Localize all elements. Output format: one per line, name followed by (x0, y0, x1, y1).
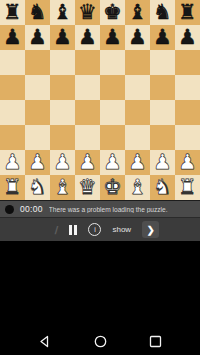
piece-black-rook: ♜ (0, 0, 25, 25)
pause-icon[interactable] (69, 225, 78, 235)
square-g7[interactable]: ♟ (150, 25, 175, 50)
piece-black-knight: ♞ (25, 0, 50, 25)
square-f6[interactable] (125, 50, 150, 75)
square-f1[interactable]: ♝ (125, 175, 150, 200)
piece-white-pawn: ♟ (175, 150, 200, 175)
piece-white-pawn: ♟ (125, 150, 150, 175)
square-b6[interactable] (25, 50, 50, 75)
square-g5[interactable] (150, 75, 175, 100)
square-g3[interactable] (150, 125, 175, 150)
square-c8[interactable]: ♝ (50, 0, 75, 25)
square-a1[interactable]: ♜ (0, 175, 25, 200)
piece-white-bishop: ♝ (50, 175, 75, 200)
piece-black-king: ♚ (100, 0, 125, 25)
piece-black-pawn: ♟ (150, 25, 175, 50)
square-b5[interactable] (25, 75, 50, 100)
piece-black-queen: ♛ (75, 0, 100, 25)
piece-black-knight: ♞ (150, 0, 175, 25)
square-b2[interactable]: ♟ (25, 150, 50, 175)
piece-black-pawn: ♟ (0, 25, 25, 50)
square-h2[interactable]: ♟ (175, 150, 200, 175)
square-c2[interactable]: ♟ (50, 150, 75, 175)
piece-white-pawn: ♟ (0, 150, 25, 175)
square-d2[interactable]: ♟ (75, 150, 100, 175)
square-c7[interactable]: ♟ (50, 25, 75, 50)
square-g6[interactable] (150, 50, 175, 75)
square-e1[interactable]: ♚ (100, 175, 125, 200)
square-a4[interactable] (0, 100, 25, 125)
piece-white-rook: ♜ (0, 175, 25, 200)
piece-black-rook: ♜ (175, 0, 200, 25)
square-e5[interactable] (100, 75, 125, 100)
piece-black-pawn: ♟ (100, 25, 125, 50)
square-d8[interactable]: ♛ (75, 0, 100, 25)
square-d7[interactable]: ♟ (75, 25, 100, 50)
piece-black-pawn: ♟ (50, 25, 75, 50)
recents-icon[interactable] (149, 335, 162, 348)
square-h7[interactable]: ♟ (175, 25, 200, 50)
square-a3[interactable] (0, 125, 25, 150)
square-b3[interactable] (25, 125, 50, 150)
square-e8[interactable]: ♚ (100, 0, 125, 25)
square-e4[interactable] (100, 100, 125, 125)
square-c5[interactable] (50, 75, 75, 100)
square-b8[interactable]: ♞ (25, 0, 50, 25)
empty-screen-area (0, 241, 200, 328)
square-h5[interactable] (175, 75, 200, 100)
android-nav-bar (0, 328, 200, 355)
square-d4[interactable] (75, 100, 100, 125)
piece-white-pawn: ♟ (50, 150, 75, 175)
piece-black-bishop: ♝ (125, 0, 150, 25)
square-c3[interactable] (50, 125, 75, 150)
piece-white-pawn: ♟ (100, 150, 125, 175)
piece-white-bishop: ♝ (125, 175, 150, 200)
square-g8[interactable]: ♞ (150, 0, 175, 25)
square-f8[interactable]: ♝ (125, 0, 150, 25)
square-f5[interactable] (125, 75, 150, 100)
square-h8[interactable]: ♜ (175, 0, 200, 25)
square-e6[interactable] (100, 50, 125, 75)
piece-white-pawn: ♟ (75, 150, 100, 175)
square-b1[interactable]: ♞ (25, 175, 50, 200)
timer-dot-icon (5, 205, 14, 214)
square-f2[interactable]: ♟ (125, 150, 150, 175)
square-a5[interactable] (0, 75, 25, 100)
piece-black-pawn: ♟ (25, 25, 50, 50)
square-a6[interactable] (0, 50, 25, 75)
square-d5[interactable] (75, 75, 100, 100)
square-d3[interactable] (75, 125, 100, 150)
square-e2[interactable]: ♟ (100, 150, 125, 175)
square-e3[interactable] (100, 125, 125, 150)
next-button[interactable]: ❯ (142, 221, 159, 238)
back-icon[interactable] (38, 335, 51, 348)
square-a2[interactable]: ♟ (0, 150, 25, 175)
piece-white-knight: ♞ (150, 175, 175, 200)
piece-black-bishop: ♝ (50, 0, 75, 25)
piece-white-pawn: ♟ (25, 150, 50, 175)
square-g4[interactable] (150, 100, 175, 125)
square-c6[interactable] (50, 50, 75, 75)
chess-board: ♜♞♝♛♚♝♞♜♟♟♟♟♟♟♟♟♟♟♟♟♟♟♟♟♜♞♝♛♚♝♞♜ (0, 0, 200, 200)
square-f7[interactable]: ♟ (125, 25, 150, 50)
piece-white-rook: ♜ (175, 175, 200, 200)
info-icon[interactable]: i (88, 223, 101, 236)
slash-icon: / (54, 224, 58, 236)
timer-value: 00:00 (20, 204, 43, 214)
square-a7[interactable]: ♟ (0, 25, 25, 50)
square-b4[interactable] (25, 100, 50, 125)
home-icon[interactable] (94, 335, 107, 348)
square-b7[interactable]: ♟ (25, 25, 50, 50)
square-c4[interactable] (50, 100, 75, 125)
piece-black-pawn: ♟ (125, 25, 150, 50)
square-h3[interactable] (175, 125, 200, 150)
puzzle-error-message: There was a problem loading the puzzle. (49, 206, 168, 213)
square-e7[interactable]: ♟ (100, 25, 125, 50)
square-d1[interactable]: ♛ (75, 175, 100, 200)
square-a8[interactable]: ♜ (0, 0, 25, 25)
piece-white-pawn: ♟ (150, 150, 175, 175)
show-solution-button[interactable]: show (112, 225, 131, 234)
square-g2[interactable]: ♟ (150, 150, 175, 175)
square-h1[interactable]: ♜ (175, 175, 200, 200)
piece-black-pawn: ♟ (175, 25, 200, 50)
square-f4[interactable] (125, 100, 150, 125)
square-g1[interactable]: ♞ (150, 175, 175, 200)
piece-white-king: ♚ (100, 175, 125, 200)
puzzle-controls-bar: / i show ❯ (0, 217, 200, 241)
info-icon-letter: i (94, 226, 96, 233)
piece-black-pawn: ♟ (75, 25, 100, 50)
piece-white-knight: ♞ (25, 175, 50, 200)
puzzle-status-bar: 00:00 There was a problem loading the pu… (0, 200, 200, 217)
square-f3[interactable] (125, 125, 150, 150)
square-d6[interactable] (75, 50, 100, 75)
square-c1[interactable]: ♝ (50, 175, 75, 200)
square-h4[interactable] (175, 100, 200, 125)
phone-screen: ♜♞♝♛♚♝♞♜♟♟♟♟♟♟♟♟♟♟♟♟♟♟♟♟♜♞♝♛♚♝♞♜ 00:00 T… (0, 0, 200, 355)
chevron-right-icon: ❯ (147, 225, 155, 235)
square-h6[interactable] (175, 50, 200, 75)
piece-white-queen: ♛ (75, 175, 100, 200)
